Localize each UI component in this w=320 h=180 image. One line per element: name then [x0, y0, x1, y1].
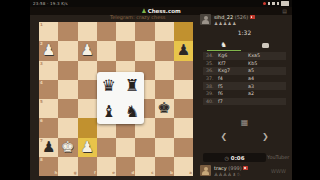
mute-icon [268, 2, 271, 5]
move-row[interactable]: 38.f5a3 [203, 82, 286, 90]
move-number: 39. [203, 91, 218, 96]
status-bar: 23:58 · 19.3 K/s [30, 0, 292, 7]
black-move[interactable]: Kb5 [248, 61, 286, 66]
white-move[interactable]: Kxg7 [218, 68, 248, 73]
move-number: 37. [203, 76, 218, 81]
board-options-button[interactable]: ▦ [197, 118, 292, 127]
rank-label: 5 [40, 100, 43, 104]
chat-bubble-icon [262, 43, 269, 48]
square-h3[interactable]: 3 [39, 61, 58, 80]
square-f1[interactable] [78, 22, 97, 41]
square-f3[interactable] [78, 61, 97, 80]
screen: 23:58 · 19.3 K/s ♟ Chess.com ▤ Telegram:… [0, 0, 320, 180]
signal-icon [277, 2, 280, 5]
white-move[interactable]: Kg6 [218, 53, 248, 58]
square-e1[interactable] [97, 22, 116, 41]
square-b1[interactable] [155, 22, 174, 41]
player-bottom-avatar[interactable] [200, 165, 211, 176]
white-pawn[interactable]: ♟ [78, 41, 97, 60]
alarm-icon [272, 2, 275, 5]
square-g3[interactable] [58, 61, 77, 80]
move-number: 34. [203, 53, 218, 58]
next-move-button[interactable]: ❯ [245, 132, 287, 141]
white-king[interactable]: ♚ [58, 138, 77, 157]
player-top-rating: (526) [235, 14, 248, 20]
square-e8[interactable]: e [97, 157, 116, 176]
square-h1[interactable]: 1 [39, 22, 58, 41]
square-b6[interactable] [155, 118, 174, 137]
tab-moves[interactable]: ♞ [203, 40, 245, 50]
square-f2[interactable]: ♟ [78, 41, 97, 60]
square-c1[interactable] [135, 22, 154, 41]
player-top-avatar[interactable] [200, 14, 211, 25]
square-b8[interactable]: b [155, 157, 174, 176]
rank-label: 4 [40, 81, 43, 85]
white-pawn[interactable]: ♟ [78, 138, 97, 157]
status-icons [263, 1, 290, 6]
player-top-captured: ♟♟♟♟♟ [214, 21, 255, 26]
square-a4[interactable] [174, 80, 193, 99]
white-move[interactable]: f7 [218, 99, 248, 104]
square-g5[interactable] [58, 99, 77, 118]
move-number: 36. [203, 68, 218, 73]
black-move[interactable]: a2 [248, 91, 286, 96]
player-top-flag-icon [250, 15, 255, 19]
rank-label: 6 [40, 119, 43, 123]
black-move[interactable]: a4 [248, 76, 286, 81]
black-king[interactable]: ♚ [155, 99, 174, 118]
square-h8[interactable]: 8h [39, 157, 58, 176]
square-f8[interactable]: f [78, 157, 97, 176]
square-h7[interactable]: 7♟ [39, 138, 58, 157]
white-pawn[interactable]: ♟ [39, 41, 58, 60]
file-label: h [54, 171, 57, 175]
square-c8[interactable]: c [135, 157, 154, 176]
square-d8[interactable]: d [116, 157, 135, 176]
square-h5[interactable]: 5 [39, 99, 58, 118]
promote-queen-option[interactable]: ♛ [97, 72, 121, 98]
status-time-net: 23:58 · 19.3 K/s [33, 1, 68, 6]
square-b2[interactable] [155, 41, 174, 60]
file-label: g [74, 171, 77, 175]
black-pawn[interactable]: ♟ [39, 138, 58, 157]
move-number: 35. [203, 61, 218, 66]
square-f7[interactable]: ♟ [78, 138, 97, 157]
file-label: c [151, 171, 153, 175]
square-a8[interactable]: a [174, 157, 193, 176]
move-row[interactable]: 37.f4a4 [203, 75, 286, 83]
telegram-watermark: Telegram: crazy chess [110, 14, 165, 20]
move-row[interactable]: 39.f6a2 [203, 90, 286, 98]
panel-tabs: ♞ [203, 40, 286, 50]
white-move[interactable]: f5 [218, 84, 248, 89]
square-d2[interactable] [116, 41, 135, 60]
file-label: a [189, 171, 192, 175]
square-g2[interactable] [58, 41, 77, 60]
move-row[interactable]: 35.Kf7Kb5 [203, 60, 286, 68]
record-icon [263, 2, 266, 5]
square-a6[interactable] [174, 118, 193, 137]
square-e2[interactable] [97, 41, 116, 60]
square-b5[interactable]: ♚ [155, 99, 174, 118]
side-panel: sihd_22 (526) ♟♟♟♟♟ 1:32 ♞ 34.Kg6Kxa535.… [197, 12, 292, 180]
promote-knight-option[interactable]: ♞ [121, 98, 145, 124]
youtuber-watermark: YouTuber [267, 154, 289, 160]
move-list[interactable]: 34.Kg6Kxa535.Kf7Kb536.Kxg7a537.f4a438.f5… [203, 52, 286, 105]
square-e7[interactable] [97, 138, 116, 157]
clock-bottom-bar: ◷ 0:06 [203, 153, 266, 162]
move-number: 38. [203, 84, 218, 89]
black-pawn[interactable]: ♟ [174, 41, 193, 60]
square-g7[interactable]: ♚ [58, 138, 77, 157]
square-d7[interactable] [116, 138, 135, 157]
rank-label: 8 [40, 158, 43, 162]
black-move[interactable]: Kxa5 [248, 53, 286, 58]
square-a2[interactable]: ♟ [174, 41, 193, 60]
square-g6[interactable] [58, 118, 77, 137]
file-label: d [131, 171, 134, 175]
square-g1[interactable] [58, 22, 77, 41]
move-row[interactable]: 34.Kg6Kxa5 [203, 52, 286, 60]
white-move[interactable]: f6 [218, 91, 248, 96]
promote-rook-option[interactable]: ♜ [121, 72, 145, 98]
square-h6[interactable]: 6 [39, 118, 58, 137]
knight-tab-icon: ♞ [221, 42, 227, 49]
black-move[interactable]: a5 [248, 68, 286, 73]
square-a5[interactable] [174, 99, 193, 118]
square-f4[interactable] [78, 80, 97, 99]
square-c2[interactable] [135, 41, 154, 60]
square-a3[interactable] [174, 61, 193, 80]
square-b3[interactable] [155, 61, 174, 80]
player-top[interactable]: sihd_22 (526) ♟♟♟♟♟ [200, 14, 289, 26]
move-nav: ❮ ❯ [203, 132, 286, 141]
promote-bishop-option[interactable]: ♝ [97, 98, 121, 124]
clock-bottom: 0:06 [231, 155, 245, 161]
promotion-dialog: ♛♜♝♞ [97, 72, 144, 124]
rank-label: 1 [40, 23, 43, 27]
move-number: 40. [203, 99, 218, 104]
square-f5[interactable] [78, 99, 97, 118]
tab-chat[interactable] [245, 40, 287, 50]
square-g4[interactable] [58, 80, 77, 99]
square-h2[interactable]: 2♟ [39, 41, 58, 60]
move-row[interactable]: 36.Kxg7a5 [203, 67, 286, 75]
square-g8[interactable]: g [58, 157, 77, 176]
file-label: f [94, 171, 96, 175]
player-bottom-name: tracy (999) [214, 165, 248, 171]
square-b4[interactable] [155, 80, 174, 99]
white-move[interactable]: Kf7 [218, 61, 248, 66]
square-h4[interactable]: 4 [39, 80, 58, 99]
prev-move-button[interactable]: ❮ [203, 132, 245, 141]
battery-icon [281, 1, 289, 6]
white-move[interactable]: f4 [218, 76, 248, 81]
move-row[interactable]: 40.f7 [203, 98, 286, 106]
file-label: e [112, 171, 115, 175]
clock-icon: ◷ [224, 155, 228, 161]
clock-top: 1:32 [197, 29, 292, 36]
file-label: b [170, 171, 173, 175]
square-b7[interactable] [155, 138, 174, 157]
player-bottom-rating: (999) [228, 165, 241, 171]
player-top-name: sihd_22 (526) [214, 14, 255, 20]
player-bottom[interactable]: tracy (999) ♙♙♙♙♗♘ [200, 165, 289, 177]
player-bottom-captured: ♙♙♙♙♗♘ [214, 172, 248, 177]
square-f6[interactable] [78, 118, 97, 137]
square-a7[interactable] [174, 138, 193, 157]
square-a1[interactable] [174, 22, 193, 41]
square-d1[interactable] [116, 22, 135, 41]
square-c7[interactable] [135, 138, 154, 157]
rank-label: 3 [40, 62, 43, 66]
player-bottom-flag-icon [243, 166, 248, 170]
black-move[interactable]: a3 [248, 84, 286, 89]
